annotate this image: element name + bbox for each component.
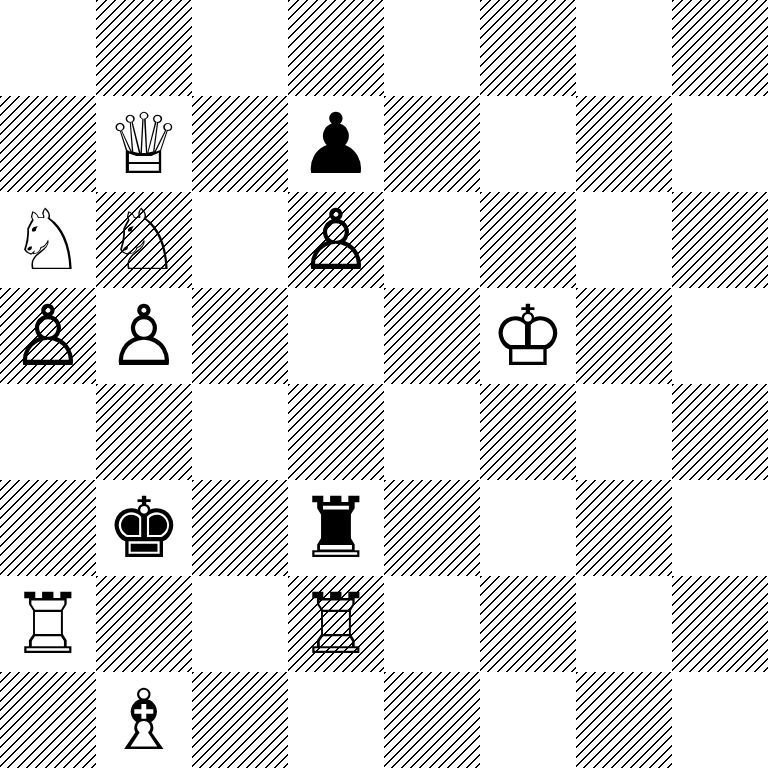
square-h3[interactable] [672, 480, 768, 576]
square-g3[interactable] [576, 480, 672, 576]
square-f3[interactable] [480, 480, 576, 576]
square-h8[interactable] [672, 0, 768, 96]
square-d1[interactable] [288, 672, 384, 768]
square-c4[interactable] [192, 384, 288, 480]
square-e2[interactable] [384, 576, 480, 672]
square-d3[interactable]: ♜ [288, 480, 384, 576]
square-e6[interactable] [384, 192, 480, 288]
square-b5[interactable]: ♙ [96, 288, 192, 384]
piece-black-pawn: ♟ [298, 96, 373, 192]
square-d8[interactable] [288, 0, 384, 96]
square-c3[interactable] [192, 480, 288, 576]
square-a6[interactable]: ♘ [0, 192, 96, 288]
square-h1[interactable] [672, 672, 768, 768]
piece-white-pawn: ♙ [298, 192, 373, 288]
square-a2[interactable]: ♖ [0, 576, 96, 672]
piece-white-knight: ♘ [10, 192, 85, 288]
square-d2[interactable]: ♖ [288, 576, 384, 672]
square-e3[interactable] [384, 480, 480, 576]
square-c2[interactable] [192, 576, 288, 672]
square-c5[interactable] [192, 288, 288, 384]
square-f7[interactable] [480, 96, 576, 192]
square-g8[interactable] [576, 0, 672, 96]
square-a5[interactable]: ♙ [0, 288, 96, 384]
square-b1[interactable]: ♗ [96, 672, 192, 768]
square-c1[interactable] [192, 672, 288, 768]
square-g4[interactable] [576, 384, 672, 480]
piece-white-pawn: ♙ [106, 288, 181, 384]
square-e4[interactable] [384, 384, 480, 480]
square-a1[interactable] [0, 672, 96, 768]
piece-white-rook: ♖ [298, 576, 373, 672]
square-h6[interactable] [672, 192, 768, 288]
square-d6[interactable]: ♙ [288, 192, 384, 288]
square-h7[interactable] [672, 96, 768, 192]
square-b7[interactable]: ♕ [96, 96, 192, 192]
square-f1[interactable] [480, 672, 576, 768]
square-h4[interactable] [672, 384, 768, 480]
square-b2[interactable] [96, 576, 192, 672]
square-d4[interactable] [288, 384, 384, 480]
square-a3[interactable] [0, 480, 96, 576]
square-b6[interactable]: ♘ [96, 192, 192, 288]
square-e1[interactable] [384, 672, 480, 768]
square-g7[interactable] [576, 96, 672, 192]
square-g5[interactable] [576, 288, 672, 384]
square-e7[interactable] [384, 96, 480, 192]
piece-white-knight: ♘ [106, 192, 181, 288]
square-a8[interactable] [0, 0, 96, 96]
square-h2[interactable] [672, 576, 768, 672]
square-a4[interactable] [0, 384, 96, 480]
square-h5[interactable] [672, 288, 768, 384]
piece-white-rook: ♖ [10, 576, 85, 672]
piece-white-queen: ♕ [106, 96, 181, 192]
square-d7[interactable]: ♟ [288, 96, 384, 192]
square-e8[interactable] [384, 0, 480, 96]
square-f8[interactable] [480, 0, 576, 96]
square-g1[interactable] [576, 672, 672, 768]
square-c7[interactable] [192, 96, 288, 192]
square-c6[interactable] [192, 192, 288, 288]
piece-black-rook: ♜ [298, 480, 373, 576]
chess-board: ♕♟♘♘♙♙♙♔♚♜♖♖♗ [0, 0, 768, 768]
square-d5[interactable] [288, 288, 384, 384]
square-c8[interactable] [192, 0, 288, 96]
square-b8[interactable] [96, 0, 192, 96]
square-e5[interactable] [384, 288, 480, 384]
square-f2[interactable] [480, 576, 576, 672]
square-f6[interactable] [480, 192, 576, 288]
piece-white-king: ♔ [490, 288, 565, 384]
square-f4[interactable] [480, 384, 576, 480]
square-f5[interactable]: ♔ [480, 288, 576, 384]
square-g2[interactable] [576, 576, 672, 672]
piece-white-pawn: ♙ [10, 288, 85, 384]
square-b4[interactable] [96, 384, 192, 480]
square-b3[interactable]: ♚ [96, 480, 192, 576]
square-g6[interactable] [576, 192, 672, 288]
piece-black-king: ♚ [106, 480, 181, 576]
piece-white-bishop: ♗ [106, 672, 181, 768]
square-a7[interactable] [0, 96, 96, 192]
